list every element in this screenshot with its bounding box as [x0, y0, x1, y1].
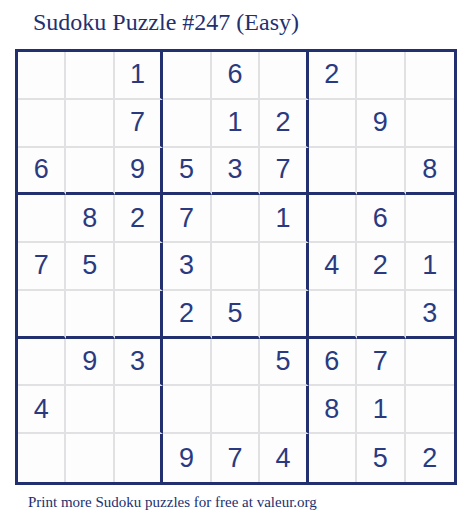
sudoku-cell-r1c8 [357, 52, 405, 100]
sudoku-cell-r1c3: 1 [115, 52, 163, 100]
sudoku-cell-r6c2 [66, 291, 114, 339]
sudoku-cell-r9c3 [115, 434, 163, 482]
sudoku-cell-r1c4 [163, 52, 211, 100]
footer-text: Print more Sudoku puzzles for free at va… [28, 494, 317, 511]
sudoku-cell-r4c1 [18, 195, 66, 243]
sudoku-cell-r6c9: 3 [406, 291, 454, 339]
sudoku-cell-r5c7: 4 [309, 243, 357, 291]
sudoku-cell-r7c2: 9 [66, 339, 114, 387]
sudoku-cell-r3c8 [357, 148, 405, 196]
sudoku-cell-r7c9 [406, 339, 454, 387]
sudoku-cell-r7c5 [212, 339, 260, 387]
sudoku-cell-r8c7: 8 [309, 386, 357, 434]
sudoku-cell-r4c8: 6 [357, 195, 405, 243]
sudoku-cell-r2c3: 7 [115, 100, 163, 148]
sudoku-cell-r8c3 [115, 386, 163, 434]
sudoku-cell-r3c3: 9 [115, 148, 163, 196]
sudoku-cell-r8c9 [406, 386, 454, 434]
sudoku-cell-r9c2 [66, 434, 114, 482]
sudoku-cell-r7c4 [163, 339, 211, 387]
sudoku-cell-r4c7 [309, 195, 357, 243]
sudoku-cell-r2c2 [66, 100, 114, 148]
sudoku-cell-r4c4: 7 [163, 195, 211, 243]
sudoku-cell-r8c5 [212, 386, 260, 434]
sudoku-cell-r5c3 [115, 243, 163, 291]
sudoku-cell-r5c4: 3 [163, 243, 211, 291]
sudoku-cell-r6c1 [18, 291, 66, 339]
sudoku-cell-r8c8: 1 [357, 386, 405, 434]
sudoku-cell-r5c2: 5 [66, 243, 114, 291]
sudoku-cell-r2c6: 2 [260, 100, 308, 148]
sudoku-board: 1627129695378827167534212539356748197452 [15, 49, 457, 485]
sudoku-cell-r8c2 [66, 386, 114, 434]
sudoku-cell-r4c5 [212, 195, 260, 243]
sudoku-cell-r9c1 [18, 434, 66, 482]
sudoku-cell-r3c7 [309, 148, 357, 196]
sudoku-cell-r7c7: 6 [309, 339, 357, 387]
sudoku-cell-r5c6 [260, 243, 308, 291]
sudoku-cell-r5c1: 7 [18, 243, 66, 291]
sudoku-cell-r1c7: 2 [309, 52, 357, 100]
sudoku-cell-r9c4: 9 [163, 434, 211, 482]
sudoku-cell-r3c6: 7 [260, 148, 308, 196]
sudoku-cell-r3c2 [66, 148, 114, 196]
sudoku-cell-r1c1 [18, 52, 66, 100]
sudoku-cell-r2c4 [163, 100, 211, 148]
sudoku-cell-r4c9 [406, 195, 454, 243]
sudoku-cell-r4c3: 2 [115, 195, 163, 243]
sudoku-cell-r8c4 [163, 386, 211, 434]
sudoku-cell-r6c8 [357, 291, 405, 339]
sudoku-cell-r9c6: 4 [260, 434, 308, 482]
sudoku-cell-r1c6 [260, 52, 308, 100]
sudoku-cell-r1c2 [66, 52, 114, 100]
sudoku-cell-r2c5: 1 [212, 100, 260, 148]
sudoku-cell-r9c8: 5 [357, 434, 405, 482]
sudoku-cell-r8c1: 4 [18, 386, 66, 434]
sudoku-cell-r9c5: 7 [212, 434, 260, 482]
sudoku-cell-r1c5: 6 [212, 52, 260, 100]
sudoku-cell-r2c7 [309, 100, 357, 148]
sudoku-cell-r5c5 [212, 243, 260, 291]
sudoku-cell-r6c5: 5 [212, 291, 260, 339]
sudoku-cell-r3c5: 3 [212, 148, 260, 196]
sudoku-cell-r9c9: 2 [406, 434, 454, 482]
sudoku-cell-r7c8: 7 [357, 339, 405, 387]
sudoku-cell-r6c3 [115, 291, 163, 339]
sudoku-cell-r5c8: 2 [357, 243, 405, 291]
sudoku-cell-r4c6: 1 [260, 195, 308, 243]
sudoku-cell-r6c6 [260, 291, 308, 339]
sudoku-cell-r2c1 [18, 100, 66, 148]
sudoku-page: Sudoku Puzzle #247 (Easy) 16271296953788… [0, 0, 474, 523]
sudoku-cell-r3c1: 6 [18, 148, 66, 196]
sudoku-cell-r8c6 [260, 386, 308, 434]
sudoku-cell-r3c9: 8 [406, 148, 454, 196]
sudoku-cell-r4c2: 8 [66, 195, 114, 243]
sudoku-cell-r2c9 [406, 100, 454, 148]
sudoku-cell-r1c9 [406, 52, 454, 100]
sudoku-cell-r2c8: 9 [357, 100, 405, 148]
sudoku-cell-r6c7 [309, 291, 357, 339]
sudoku-cell-r9c7 [309, 434, 357, 482]
page-title: Sudoku Puzzle #247 (Easy) [33, 9, 299, 36]
sudoku-cell-r3c4: 5 [163, 148, 211, 196]
sudoku-cell-r7c1 [18, 339, 66, 387]
sudoku-cell-r7c3: 3 [115, 339, 163, 387]
sudoku-cell-r5c9: 1 [406, 243, 454, 291]
sudoku-cell-r6c4: 2 [163, 291, 211, 339]
sudoku-cell-r7c6: 5 [260, 339, 308, 387]
